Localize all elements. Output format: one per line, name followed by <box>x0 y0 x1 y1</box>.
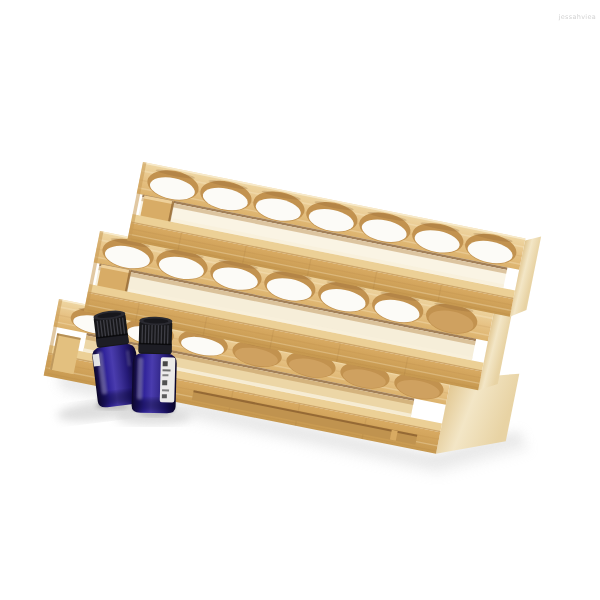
scene-svg <box>0 0 600 600</box>
bottle-cap <box>138 316 172 354</box>
glass-highlight <box>137 358 144 400</box>
bottle-label <box>160 357 176 402</box>
product-photo-stage: jessahviea <box>0 0 600 600</box>
scene <box>0 0 600 600</box>
bottle-cap <box>93 309 129 348</box>
watermark-text: jessahviea <box>559 13 596 21</box>
